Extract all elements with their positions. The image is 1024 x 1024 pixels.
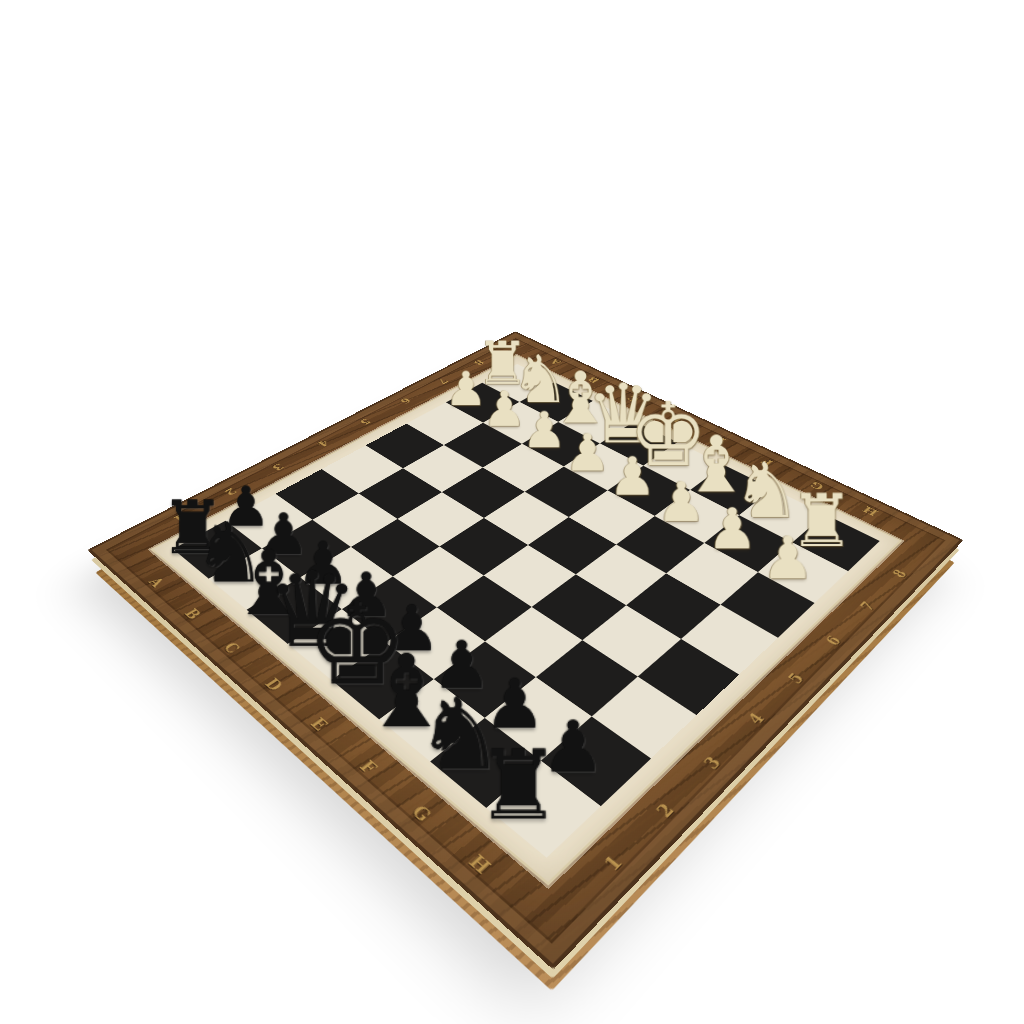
rank-label-5: 5 — [752, 647, 842, 712]
piece-black-rook-h1[interactable]: ♜ — [475, 741, 561, 829]
checkerboard: ♜♞♝♛♚♝♞♜♟♟♟♟♟♟♟♟♟♟♟♟♟♟♟♟♜♞♝♛♚♝♞♜ — [173, 364, 880, 858]
board-frame: ABCDEFGH ABCDEFGH 87654321 87654321 ♜♞♝♛… — [87, 331, 963, 969]
piece-white-pawn-b7[interactable]: ♟ — [482, 387, 526, 432]
playing-field: ♜♞♝♛♚♝♞♜♟♟♟♟♟♟♟♟♟♟♟♟♟♟♟♟♜♞♝♛♚♝♞♜ — [150, 355, 902, 886]
square-e5[interactable] — [528, 517, 616, 574]
piece-white-pawn-c7[interactable]: ♟ — [522, 407, 567, 453]
piece-white-pawn-h7[interactable]: ♟ — [761, 531, 814, 585]
chess-board: ABCDEFGH ABCDEFGH 87654321 87654321 ♜♞♝♛… — [87, 331, 963, 969]
piece-white-pawn-f7[interactable]: ♟ — [656, 477, 705, 528]
piece-white-pawn-d7[interactable]: ♟ — [564, 429, 610, 476]
piece-white-pawn-g7[interactable]: ♟ — [707, 503, 758, 555]
piece-white-pawn-e7[interactable]: ♟ — [609, 452, 657, 501]
square-c5[interactable] — [442, 467, 525, 517]
scene: ABCDEFGH ABCDEFGH 87654321 87654321 ♜♞♝♛… — [0, 0, 1024, 1024]
